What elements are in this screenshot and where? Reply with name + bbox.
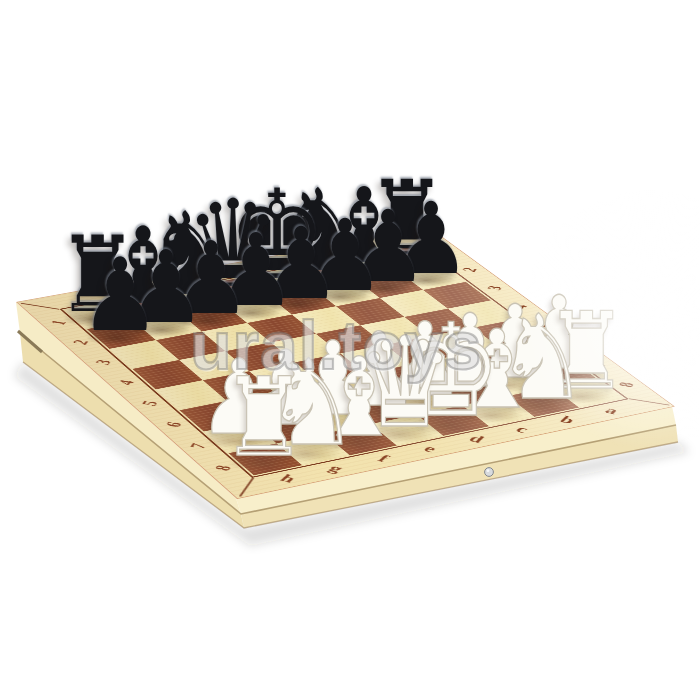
rank-label-left-2: 2	[69, 339, 91, 346]
rank-label-right-8: 8	[615, 381, 636, 388]
rank-label-right-6: 6	[561, 342, 582, 349]
frame-corner-mark-ne	[416, 229, 428, 243]
rank-label-right-5: 5	[535, 322, 556, 329]
rank-label-left-3: 3	[92, 359, 114, 366]
frame-corner-mark-sw	[239, 478, 254, 497]
frame-corner-mark-se	[629, 398, 670, 405]
closure-pin-screw	[485, 468, 494, 477]
rank-label-left-5: 5	[138, 400, 160, 407]
rank-label-right-3: 3	[484, 285, 504, 291]
frame-corner-mark-nw	[21, 303, 60, 310]
file-label-a: a	[602, 405, 621, 416]
rank-label-left-1: 1	[47, 319, 69, 326]
rank-label-right-1: 1	[435, 249, 455, 255]
rank-label-left-6: 6	[162, 421, 185, 428]
rank-label-left-7: 7	[186, 442, 209, 449]
rank-label-right-4: 4	[509, 303, 530, 309]
file-label-f: f	[375, 453, 392, 463]
file-label-h: h	[277, 473, 299, 485]
file-label-e: e	[421, 443, 440, 454]
file-label-c: c	[513, 424, 531, 435]
rank-label-left-4: 4	[115, 379, 137, 386]
product-photo-scene: 1122334455667788hgfedcba ♜♝♞♛♚♞♝♜♟♟♟♟♟♟♟…	[0, 0, 700, 700]
rank-label-left-8: 8	[211, 464, 234, 472]
file-label-b: b	[557, 415, 577, 426]
file-label-g: g	[326, 463, 346, 474]
rank-label-right-7: 7	[588, 361, 609, 368]
closure-pin-highlight	[487, 469, 490, 472]
rank-label-right-2: 2	[459, 267, 479, 273]
file-label-d: d	[466, 433, 487, 444]
